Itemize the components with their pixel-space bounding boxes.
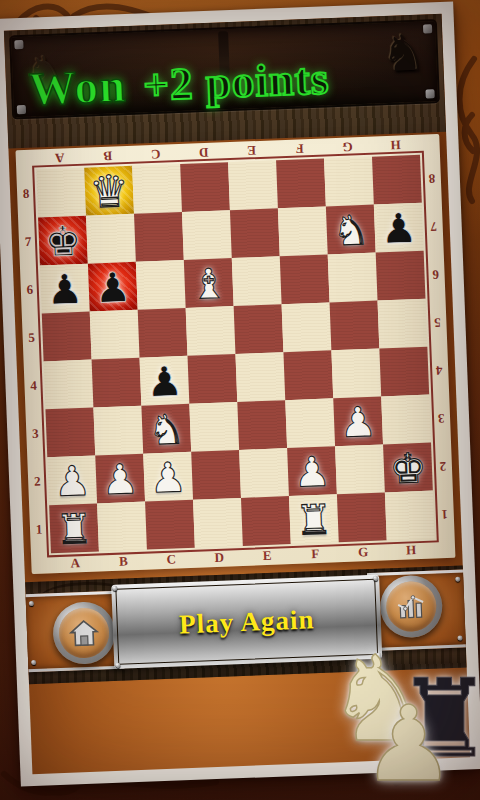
square-f1[interactable]: ♜ [289, 494, 339, 544]
square-g8[interactable] [324, 157, 374, 207]
file-label-top-H: H [371, 136, 420, 154]
piece-wR-f1: ♜ [289, 494, 339, 544]
rank-label-right-8: 8 [423, 154, 441, 203]
play-again-button[interactable]: Play Again [111, 575, 382, 669]
square-g1[interactable] [337, 492, 387, 542]
rank-label-left-2: 2 [28, 457, 46, 506]
file-label-bottom-E: E [243, 547, 292, 565]
screen: { "game": "chess", "result_banner": { "w… [0, 0, 480, 800]
board-frame: ♛♚♞♟♟♟♝♟♞♟♟♟♟♟♚♜♜ [32, 151, 439, 558]
square-e8[interactable] [228, 160, 278, 210]
rank-label-left-4: 4 [25, 362, 43, 411]
square-f8[interactable] [276, 158, 326, 208]
points-label: +2 points [130, 53, 330, 111]
square-b7[interactable] [86, 214, 136, 264]
square-c8[interactable] [132, 164, 182, 214]
file-label-top-E: E [227, 141, 276, 159]
square-e4[interactable] [235, 352, 285, 402]
square-f7[interactable] [278, 206, 328, 256]
piece-wQ-b8: ♛ [84, 166, 134, 216]
home-icon [69, 618, 100, 647]
file-label-bottom-A: A [51, 554, 100, 572]
piece-wN-g7: ♞ [326, 205, 376, 255]
square-d1[interactable] [193, 498, 243, 548]
file-label-bottom-G: G [339, 543, 388, 561]
square-b4[interactable] [92, 358, 142, 408]
file-label-top-A: A [36, 149, 85, 167]
square-c6[interactable] [136, 260, 186, 310]
rank-label-left-3: 3 [26, 409, 44, 458]
rank-label-right-4: 4 [430, 346, 448, 395]
rank-label-right-2: 2 [434, 442, 452, 491]
square-g7[interactable]: ♞ [326, 205, 376, 255]
square-e1[interactable] [241, 496, 291, 546]
square-a8[interactable] [36, 168, 86, 218]
rank-label-right-5: 5 [428, 298, 446, 347]
square-h2[interactable]: ♚ [383, 443, 433, 493]
square-d6[interactable]: ♝ [184, 258, 234, 308]
rank-label-right-7: 7 [425, 202, 443, 251]
square-g3[interactable]: ♟ [333, 396, 383, 446]
square-a2[interactable]: ♟ [47, 455, 97, 505]
square-b3[interactable] [93, 406, 143, 456]
won-label: Won [28, 59, 127, 115]
square-g6[interactable] [328, 253, 378, 303]
square-h1[interactable] [385, 491, 435, 541]
square-e7[interactable] [230, 208, 280, 258]
square-b6[interactable]: ♟ [88, 262, 138, 312]
square-h7[interactable]: ♟ [374, 203, 424, 253]
rank-label-left-8: 8 [17, 170, 35, 219]
square-e2[interactable] [239, 448, 289, 498]
file-label-top-B: B [83, 147, 132, 165]
square-g5[interactable] [330, 301, 380, 351]
square-h4[interactable] [379, 347, 429, 397]
piece-wP-f2: ♟ [287, 446, 337, 496]
square-a4[interactable] [44, 360, 94, 410]
file-label-bottom-H: H [387, 542, 436, 560]
piece-bK-a7: ♚ [38, 216, 88, 266]
rank-label-right-1: 1 [436, 490, 454, 539]
file-label-bottom-C: C [147, 551, 196, 569]
file-label-top-C: C [131, 145, 180, 163]
piece-wP-a2: ♟ [47, 455, 97, 505]
piece-bP-b6: ♟ [88, 262, 138, 312]
square-b5[interactable] [90, 310, 140, 360]
square-g2[interactable] [335, 444, 385, 494]
square-f5[interactable] [282, 302, 332, 352]
square-h3[interactable] [381, 395, 431, 445]
square-f6[interactable] [280, 254, 330, 304]
piece-bP-c4: ♟ [140, 356, 190, 406]
square-d4[interactable] [187, 354, 237, 404]
piece-wP-c2: ♟ [143, 452, 193, 502]
square-f4[interactable] [283, 350, 333, 400]
square-e5[interactable] [234, 304, 284, 354]
file-label-bottom-B: B [99, 553, 148, 571]
square-c2[interactable]: ♟ [143, 452, 193, 502]
square-d2[interactable] [191, 450, 241, 500]
square-d7[interactable] [182, 210, 232, 260]
square-d3[interactable] [189, 402, 239, 452]
rank-label-left-7: 7 [19, 218, 37, 267]
square-a1[interactable]: ♜ [49, 503, 99, 553]
square-f3[interactable] [285, 398, 335, 448]
square-f2[interactable]: ♟ [287, 446, 337, 496]
square-e3[interactable] [237, 400, 287, 450]
rank-label-left-1: 1 [30, 505, 48, 554]
game-photo-frame: ♞ ♞ Won +2 points ♛♚♞♟♟♟♝♟♞♟♟♟♟♟♚♜♜ AABB… [0, 1, 480, 786]
square-h5[interactable] [378, 299, 428, 349]
rank-label-right-3: 3 [432, 394, 450, 443]
square-b2[interactable]: ♟ [95, 454, 145, 504]
square-a3[interactable] [45, 408, 95, 458]
square-c3[interactable]: ♞ [141, 404, 191, 454]
square-h6[interactable] [376, 251, 426, 301]
bottom-bar: Play Again [25, 565, 467, 684]
piece-bP-h7: ♟ [374, 203, 424, 253]
square-d8[interactable] [180, 162, 230, 212]
square-a5[interactable] [42, 312, 92, 362]
file-label-top-G: G [323, 138, 372, 156]
play-again-label: Play Again [179, 604, 315, 640]
rank-label-left-6: 6 [21, 266, 39, 315]
board-grid: ♛♚♞♟♟♟♝♟♞♟♟♟♟♟♚♜♜ [36, 155, 434, 553]
file-label-bottom-F: F [291, 545, 340, 563]
file-label-top-F: F [275, 139, 324, 157]
piece-wB-d6: ♝ [184, 258, 234, 308]
square-e6[interactable] [232, 256, 282, 306]
square-c5[interactable] [138, 308, 188, 358]
square-c7[interactable] [134, 212, 184, 262]
square-b1[interactable] [97, 502, 147, 552]
square-c1[interactable] [145, 500, 195, 550]
chess-board: ♛♚♞♟♟♟♝♟♞♟♟♟♟♟♚♜♜ AABBCCDDEEFFGGHH887766… [15, 134, 455, 574]
square-d5[interactable] [186, 306, 236, 356]
piece-wR-a1: ♜ [49, 503, 99, 553]
piece-wP-b2: ♟ [95, 454, 145, 504]
piece-wK-h2: ♚ [383, 443, 433, 493]
file-label-bottom-D: D [195, 549, 244, 567]
square-a7[interactable]: ♚ [38, 216, 88, 266]
app-content: ♞ ♞ Won +2 points ♛♚♞♟♟♟♝♟♞♟♟♟♟♟♚♜♜ AABB… [4, 14, 470, 774]
square-b8[interactable]: ♛ [84, 166, 134, 216]
piece-wP-g3: ♟ [333, 396, 383, 446]
piece-bP-a6: ♟ [40, 264, 90, 314]
square-a6[interactable]: ♟ [40, 264, 90, 314]
square-h8[interactable] [372, 155, 422, 205]
stats-chart-icon [396, 592, 427, 621]
rank-label-left-5: 5 [23, 314, 41, 363]
file-label-top-D: D [179, 143, 228, 161]
piece-wN-c3: ♞ [141, 404, 191, 454]
square-g4[interactable] [331, 349, 381, 399]
metal-corner-icon [14, 40, 23, 49]
rank-label-right-6: 6 [427, 250, 445, 299]
square-c4[interactable]: ♟ [140, 356, 190, 406]
